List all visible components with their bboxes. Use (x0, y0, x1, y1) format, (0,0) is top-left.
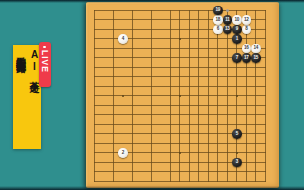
star-point (236, 95, 239, 98)
title-banner: AI革命之 爱奇围棋高级套路 (13, 45, 41, 149)
stone-white-O17: 6 (213, 25, 222, 34)
stone-white-Q18: 10 (232, 15, 241, 24)
star-point (236, 152, 239, 155)
banner-text: AI革命之 爱奇围棋高级套路 (13, 45, 42, 149)
star-point (179, 152, 182, 155)
video-frame: 12345678910111213141516171819 AI革命之 爱奇围棋… (0, 0, 304, 190)
stone-black-R14: 17 (242, 53, 251, 62)
stone-white-R18: 12 (242, 15, 251, 24)
stone-black-Q14: 7 (232, 53, 241, 62)
stone-white-O18: 18 (213, 15, 222, 24)
stone-white-D4: 2 (118, 148, 127, 157)
stone-white-R17: 8 (242, 25, 251, 34)
star-point (179, 95, 182, 98)
next-move-hint-dot (226, 9, 230, 13)
stone-black-P17: 13 (223, 25, 232, 34)
live-badge: LIVE (39, 42, 52, 87)
stone-black-O19: 19 (213, 6, 222, 15)
stone-black-Q3: 3 (232, 158, 241, 167)
stone-black-Q6: 5 (232, 129, 241, 138)
live-label: LIVE (40, 50, 50, 73)
banner-line-2: 爱奇围棋高级套路 (14, 49, 28, 147)
star-point (122, 95, 125, 98)
live-dot-icon (43, 46, 46, 49)
stone-black-S14: 15 (251, 53, 260, 62)
stone-white-R15: 16 (242, 44, 251, 53)
stone-white-S15: 14 (251, 44, 260, 53)
go-board: 12345678910111213141516171819 (86, 2, 279, 188)
board-grid: 12345678910111213141516171819 (94, 10, 266, 182)
stone-black-Q16: 1 (232, 34, 241, 43)
star-point (179, 38, 182, 41)
stone-white-D16: 4 (118, 34, 127, 43)
stone-black-P18: 11 (223, 15, 232, 24)
stone-black-Q17: 9 (232, 25, 241, 34)
